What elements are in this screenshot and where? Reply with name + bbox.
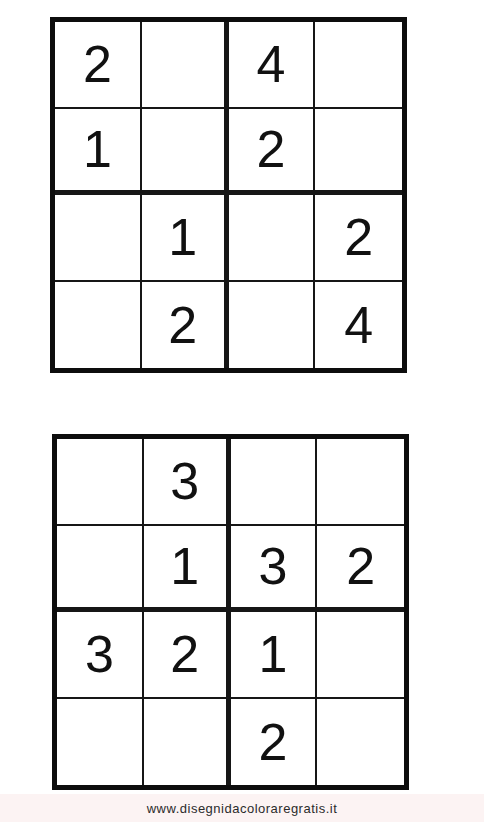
puzzle-2-cell-r4c3-given: 2	[231, 699, 318, 786]
puzzle-1-cell-r4c4-given: 4	[315, 282, 402, 369]
puzzle-2-cell-r1c1-empty[interactable]	[57, 439, 144, 526]
puzzle-2-cell-r1c3-empty[interactable]	[231, 439, 318, 526]
puzzle-1-cell-r4c2-given: 2	[142, 282, 229, 369]
puzzle-2-cell-r2c3-given: 3	[231, 526, 318, 613]
puzzle-1-cell-r3c4-given: 2	[315, 195, 402, 282]
puzzle-2-cell-r3c2-given: 2	[144, 612, 231, 699]
puzzle-1-cell-r4c3-empty[interactable]	[229, 282, 316, 369]
puzzle-1-cell-r2c3-given: 2	[229, 109, 316, 196]
puzzle-2-cell-r1c4-empty[interactable]	[317, 439, 404, 526]
footer-bar: www.disegnidacoloraregratis.it	[0, 794, 484, 822]
puzzle-1-cell-r1c4-empty[interactable]	[315, 22, 402, 109]
puzzle-1-cell-r1c1-given: 2	[55, 22, 142, 109]
puzzle-2-cell-r4c4-empty[interactable]	[317, 699, 404, 786]
puzzle-1-cell-r3c1-empty[interactable]	[55, 195, 142, 282]
puzzle-2-cell-r4c2-empty[interactable]	[144, 699, 231, 786]
puzzle-2-cell-r1c2-given: 3	[144, 439, 231, 526]
sudoku-grid-1: 24121224	[50, 17, 407, 373]
watermark-text: www.disegnidacoloraregratis.it	[147, 801, 338, 816]
puzzle-2-cell-r2c1-empty[interactable]	[57, 526, 144, 613]
puzzle-2-cell-r3c3-given: 1	[231, 612, 318, 699]
puzzle-1-cell-r1c2-empty[interactable]	[142, 22, 229, 109]
puzzle-2-cell-r3c4-empty[interactable]	[317, 612, 404, 699]
puzzle-1-cell-r1c3-given: 4	[229, 22, 316, 109]
puzzle-2-cell-r3c1-given: 3	[57, 612, 144, 699]
puzzle-1-cell-r3c2-given: 1	[142, 195, 229, 282]
puzzle-1-cell-r2c1-given: 1	[55, 109, 142, 196]
puzzle-1-cell-r4c1-empty[interactable]	[55, 282, 142, 369]
sudoku-grid-2: 31323212	[52, 434, 409, 790]
puzzle-1-cell-r2c2-empty[interactable]	[142, 109, 229, 196]
puzzle-2-cell-r4c1-empty[interactable]	[57, 699, 144, 786]
puzzle-2-cell-r2c2-given: 1	[144, 526, 231, 613]
puzzle-1-cell-r2c4-empty[interactable]	[315, 109, 402, 196]
puzzle-1-cell-r3c3-empty[interactable]	[229, 195, 316, 282]
puzzle-2-cell-r2c4-given: 2	[317, 526, 404, 613]
